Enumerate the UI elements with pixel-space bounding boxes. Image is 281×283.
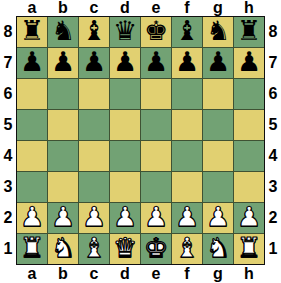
square-f5[interactable] [172, 110, 202, 140]
square-h3[interactable] [234, 172, 264, 202]
piece-white-knight-g1: ♞ [206, 234, 230, 263]
square-f2[interactable]: ♟ [172, 203, 202, 233]
rank-label-3: 3 [265, 172, 281, 202]
square-h1[interactable]: ♜ [234, 234, 264, 264]
square-g4[interactable] [203, 141, 233, 171]
square-e4[interactable] [141, 141, 171, 171]
square-b5[interactable] [48, 110, 78, 140]
square-c3[interactable] [79, 172, 109, 202]
square-b4[interactable] [48, 141, 78, 171]
square-h7[interactable]: ♟ [234, 48, 264, 78]
piece-white-pawn-c2: ♟ [82, 203, 106, 232]
piece-white-pawn-h2: ♟ [237, 203, 261, 232]
square-h8[interactable]: ♜ [234, 17, 264, 47]
piece-white-pawn-g2: ♟ [206, 203, 230, 232]
square-f4[interactable] [172, 141, 202, 171]
piece-black-pawn-c7: ♟ [82, 48, 106, 77]
square-f3[interactable] [172, 172, 202, 202]
square-b1[interactable]: ♞ [48, 234, 78, 264]
file-label-h: h [234, 266, 264, 283]
rank-label-4: 4 [0, 141, 16, 171]
square-h6[interactable] [234, 79, 264, 109]
square-g1[interactable]: ♞ [203, 234, 233, 264]
file-label-g: g [203, 266, 233, 283]
file-label-b: b [48, 266, 78, 283]
piece-black-pawn-f7: ♟ [175, 48, 199, 77]
piece-white-bishop-c1: ♝ [82, 234, 106, 263]
rank-label-1: 1 [0, 234, 16, 264]
rank-labels-left: 87654321 [0, 17, 16, 264]
square-a7[interactable]: ♟ [17, 48, 47, 78]
square-d3[interactable] [110, 172, 140, 202]
piece-black-knight-b8: ♞ [51, 17, 75, 46]
square-b6[interactable] [48, 79, 78, 109]
square-h2[interactable]: ♟ [234, 203, 264, 233]
square-c1[interactable]: ♝ [79, 234, 109, 264]
file-label-b: b [48, 0, 78, 16]
square-b2[interactable]: ♟ [48, 203, 78, 233]
square-a6[interactable] [17, 79, 47, 109]
piece-white-queen-d1: ♛ [113, 234, 137, 263]
square-a2[interactable]: ♟ [17, 203, 47, 233]
file-label-d: d [110, 0, 140, 16]
square-b3[interactable] [48, 172, 78, 202]
square-d4[interactable] [110, 141, 140, 171]
file-labels-top: abcdefgh [17, 0, 264, 16]
file-label-a: a [17, 266, 47, 283]
square-e2[interactable]: ♟ [141, 203, 171, 233]
piece-black-bishop-c8: ♝ [82, 17, 106, 46]
piece-white-king-e1: ♚ [144, 234, 168, 263]
piece-black-rook-a8: ♜ [20, 17, 44, 46]
square-c7[interactable]: ♟ [79, 48, 109, 78]
square-f8[interactable]: ♝ [172, 17, 202, 47]
piece-white-pawn-f2: ♟ [175, 203, 199, 232]
file-label-f: f [172, 266, 202, 283]
file-label-g: g [203, 0, 233, 16]
rank-label-6: 6 [0, 79, 16, 109]
piece-black-bishop-f8: ♝ [175, 17, 199, 46]
square-c6[interactable] [79, 79, 109, 109]
rank-label-1: 1 [265, 234, 281, 264]
square-d8[interactable]: ♛ [110, 17, 140, 47]
piece-white-bishop-f1: ♝ [175, 234, 199, 263]
piece-black-knight-g8: ♞ [206, 17, 230, 46]
square-d5[interactable] [110, 110, 140, 140]
rank-label-2: 2 [265, 203, 281, 233]
rank-label-7: 7 [265, 48, 281, 78]
file-label-h: h [234, 0, 264, 16]
square-a3[interactable] [17, 172, 47, 202]
square-g5[interactable] [203, 110, 233, 140]
square-g6[interactable] [203, 79, 233, 109]
piece-white-pawn-b2: ♟ [51, 203, 75, 232]
piece-white-pawn-e2: ♟ [144, 203, 168, 232]
piece-black-king-e8: ♚ [144, 17, 168, 46]
square-a1[interactable]: ♜ [17, 234, 47, 264]
file-label-d: d [110, 266, 140, 283]
rank-label-2: 2 [0, 203, 16, 233]
square-b8[interactable]: ♞ [48, 17, 78, 47]
square-g2[interactable]: ♟ [203, 203, 233, 233]
square-d7[interactable]: ♟ [110, 48, 140, 78]
piece-black-pawn-e7: ♟ [144, 48, 168, 77]
square-h4[interactable] [234, 141, 264, 171]
rank-label-5: 5 [265, 110, 281, 140]
square-a5[interactable] [17, 110, 47, 140]
piece-black-queen-d8: ♛ [113, 17, 137, 46]
piece-white-pawn-a2: ♟ [20, 203, 44, 232]
square-a8[interactable]: ♜ [17, 17, 47, 47]
piece-black-pawn-d7: ♟ [113, 48, 137, 77]
square-f6[interactable] [172, 79, 202, 109]
square-d1[interactable]: ♛ [110, 234, 140, 264]
rank-label-4: 4 [265, 141, 281, 171]
piece-white-pawn-d2: ♟ [113, 203, 137, 232]
rank-label-5: 5 [0, 110, 16, 140]
square-c8[interactable]: ♝ [79, 17, 109, 47]
square-e6[interactable] [141, 79, 171, 109]
rank-label-8: 8 [0, 17, 16, 47]
square-c4[interactable] [79, 141, 109, 171]
piece-black-pawn-a7: ♟ [20, 48, 44, 77]
piece-black-rook-h8: ♜ [237, 17, 261, 46]
square-c2[interactable]: ♟ [79, 203, 109, 233]
file-label-e: e [141, 266, 171, 283]
square-a4[interactable] [17, 141, 47, 171]
square-e5[interactable] [141, 110, 171, 140]
rank-labels-right: 87654321 [265, 17, 281, 264]
square-e1[interactable]: ♚ [141, 234, 171, 264]
square-d6[interactable] [110, 79, 140, 109]
square-b7[interactable]: ♟ [48, 48, 78, 78]
piece-white-knight-b1: ♞ [51, 234, 75, 263]
square-f1[interactable]: ♝ [172, 234, 202, 264]
square-e7[interactable]: ♟ [141, 48, 171, 78]
file-label-c: c [79, 266, 109, 283]
square-e8[interactable]: ♚ [141, 17, 171, 47]
file-label-a: a [17, 0, 47, 16]
square-c5[interactable] [79, 110, 109, 140]
square-f7[interactable]: ♟ [172, 48, 202, 78]
piece-white-rook-a1: ♜ [20, 234, 44, 263]
square-h5[interactable] [234, 110, 264, 140]
rank-label-6: 6 [265, 79, 281, 109]
piece-black-pawn-h7: ♟ [237, 48, 261, 77]
square-g7[interactable]: ♟ [203, 48, 233, 78]
file-label-f: f [172, 0, 202, 16]
file-label-c: c [79, 0, 109, 16]
piece-black-pawn-b7: ♟ [51, 48, 75, 77]
piece-black-pawn-g7: ♟ [206, 48, 230, 77]
piece-white-rook-h1: ♜ [237, 234, 261, 263]
square-d2[interactable]: ♟ [110, 203, 140, 233]
square-g8[interactable]: ♞ [203, 17, 233, 47]
chess-board: ♜♞♝♛♚♝♞♜♟♟♟♟♟♟♟♟♟♟♟♟♟♟♟♟♜♞♝♛♚♝♞♜ [16, 16, 265, 265]
rank-label-8: 8 [265, 17, 281, 47]
file-label-e: e [141, 0, 171, 16]
rank-label-3: 3 [0, 172, 16, 202]
square-g3[interactable] [203, 172, 233, 202]
file-labels-bottom: abcdefgh [17, 266, 264, 283]
chess-diagram: abcdefgh 87654321 ♜♞♝♛♚♝♞♜♟♟♟♟♟♟♟♟♟♟♟♟♟♟… [0, 0, 281, 283]
square-e3[interactable] [141, 172, 171, 202]
rank-label-7: 7 [0, 48, 16, 78]
